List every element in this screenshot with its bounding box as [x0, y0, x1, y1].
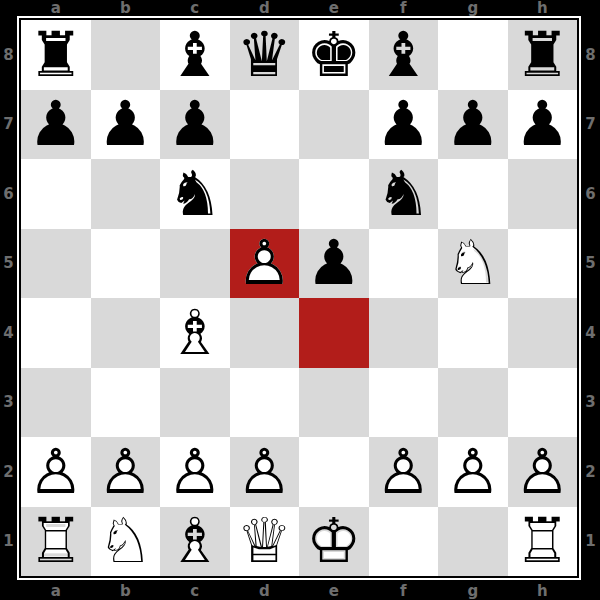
- square-d3[interactable]: [230, 368, 300, 438]
- square-c1[interactable]: ♝♗: [160, 507, 230, 577]
- coordinate-label: d: [230, 0, 300, 16]
- coordinate-label: e: [299, 581, 369, 600]
- square-b2[interactable]: ♟♙: [91, 437, 161, 507]
- chess-app-screen: abcdefgh abcdefgh 87654321 87654321 ♜♝♛♚…: [0, 0, 600, 600]
- square-c8[interactable]: ♝: [160, 20, 230, 90]
- square-a3[interactable]: [21, 368, 91, 438]
- square-h3[interactable]: [508, 368, 578, 438]
- square-a2[interactable]: ♟♙: [21, 437, 91, 507]
- square-h6[interactable]: [508, 159, 578, 229]
- coordinate-label: 4: [581, 298, 600, 368]
- square-g7[interactable]: ♟: [438, 90, 508, 160]
- white-pawn[interactable]: ♟♙: [230, 437, 300, 507]
- piece-outline: ♙: [438, 437, 508, 507]
- square-e7[interactable]: [299, 90, 369, 160]
- square-c2[interactable]: ♟♙: [160, 437, 230, 507]
- coordinate-label: d: [230, 581, 300, 600]
- piece-outline: ♕: [230, 507, 300, 577]
- square-e3[interactable]: [299, 368, 369, 438]
- square-e8[interactable]: ♚: [299, 20, 369, 90]
- piece-body: ♟: [438, 90, 508, 160]
- white-bishop[interactable]: ♝♗: [160, 507, 230, 577]
- piece-body: ♟: [21, 90, 91, 160]
- square-f4[interactable]: [369, 298, 439, 368]
- square-c6[interactable]: ♞: [160, 159, 230, 229]
- square-e5[interactable]: ♟: [299, 229, 369, 299]
- square-e2[interactable]: [299, 437, 369, 507]
- square-h5[interactable]: [508, 229, 578, 299]
- piece-outline: ♗: [160, 507, 230, 577]
- black-pawn[interactable]: ♟: [369, 90, 439, 160]
- square-f5[interactable]: [369, 229, 439, 299]
- white-knight[interactable]: ♞♘: [91, 507, 161, 577]
- square-h1[interactable]: ♜♖: [508, 507, 578, 577]
- coordinate-label: 5: [581, 229, 600, 299]
- coordinate-label: f: [369, 581, 439, 600]
- piece-outline: ♙: [91, 437, 161, 507]
- piece-outline: ♖: [21, 507, 91, 577]
- piece-outline: ♔: [299, 507, 369, 577]
- coordinate-label: b: [91, 0, 161, 16]
- file-labels-bottom: abcdefgh: [21, 581, 577, 600]
- piece-body: ♝: [369, 20, 439, 90]
- coordinate-label: 7: [581, 90, 600, 160]
- square-h2[interactable]: ♟♙: [508, 437, 578, 507]
- square-g6[interactable]: [438, 159, 508, 229]
- square-g2[interactable]: ♟♙: [438, 437, 508, 507]
- square-a8[interactable]: ♜: [21, 20, 91, 90]
- black-bishop[interactable]: ♝: [369, 20, 439, 90]
- square-h4[interactable]: [508, 298, 578, 368]
- square-b5[interactable]: [91, 229, 161, 299]
- square-b6[interactable]: [91, 159, 161, 229]
- coordinate-label: 8: [0, 20, 17, 90]
- square-d2[interactable]: ♟♙: [230, 437, 300, 507]
- piece-body: ♟: [91, 90, 161, 160]
- rank-labels-right: 87654321: [581, 20, 600, 576]
- black-pawn[interactable]: ♟: [438, 90, 508, 160]
- square-e1[interactable]: ♚♔: [299, 507, 369, 577]
- square-e4[interactable]: [299, 298, 369, 368]
- square-d7[interactable]: [230, 90, 300, 160]
- coordinate-label: a: [21, 0, 91, 16]
- piece-outline: ♙: [230, 229, 300, 299]
- coordinate-label: 3: [0, 368, 17, 438]
- coordinate-label: 7: [0, 90, 17, 160]
- black-bishop[interactable]: ♝: [160, 20, 230, 90]
- square-f7[interactable]: ♟: [369, 90, 439, 160]
- square-b8[interactable]: [91, 20, 161, 90]
- black-king[interactable]: ♚: [299, 20, 369, 90]
- piece-body: ♟: [508, 90, 578, 160]
- piece-body: ♟: [299, 229, 369, 299]
- piece-body: ♟: [160, 90, 230, 160]
- rank-labels-left: 87654321: [0, 20, 17, 576]
- square-c3[interactable]: [160, 368, 230, 438]
- square-d4[interactable]: [230, 298, 300, 368]
- white-queen[interactable]: ♛♕: [230, 507, 300, 577]
- white-bishop[interactable]: ♝♗: [160, 298, 230, 368]
- chess-board: ♜♝♛♚♝♜♟♟♟♟♟♟♞♞♟♙♟♞♘♝♗♟♙♟♙♟♙♟♙♟♙♟♙♟♙♜♖♞♘♝…: [19, 18, 579, 578]
- black-knight[interactable]: ♞: [160, 159, 230, 229]
- square-a1[interactable]: ♜♖: [21, 507, 91, 577]
- piece-outline: ♙: [508, 437, 578, 507]
- coordinate-label: c: [160, 0, 230, 16]
- black-pawn[interactable]: ♟: [508, 90, 578, 160]
- square-g5[interactable]: ♞♘: [438, 229, 508, 299]
- square-c7[interactable]: ♟: [160, 90, 230, 160]
- square-b4[interactable]: [91, 298, 161, 368]
- piece-body: ♞: [160, 159, 230, 229]
- black-pawn[interactable]: ♟: [21, 90, 91, 160]
- black-knight[interactable]: ♞: [369, 159, 439, 229]
- coordinate-label: 2: [581, 437, 600, 507]
- coordinate-label: a: [21, 581, 91, 600]
- piece-body: ♜: [508, 20, 578, 90]
- square-d8[interactable]: ♛: [230, 20, 300, 90]
- white-pawn[interactable]: ♟♙: [230, 229, 300, 299]
- piece-outline: ♙: [230, 437, 300, 507]
- piece-outline: ♙: [369, 437, 439, 507]
- square-f6[interactable]: ♞: [369, 159, 439, 229]
- coordinate-label: 1: [581, 507, 600, 577]
- coordinate-label: 1: [0, 507, 17, 577]
- square-f8[interactable]: ♝: [369, 20, 439, 90]
- coordinate-label: h: [508, 581, 578, 600]
- piece-outline: ♙: [160, 437, 230, 507]
- square-b1[interactable]: ♞♘: [91, 507, 161, 577]
- square-b7[interactable]: ♟: [91, 90, 161, 160]
- piece-body: ♞: [369, 159, 439, 229]
- coordinate-label: c: [160, 581, 230, 600]
- black-rook[interactable]: ♜: [21, 20, 91, 90]
- coordinate-label: h: [508, 0, 578, 16]
- square-f3[interactable]: [369, 368, 439, 438]
- piece-body: ♛: [230, 20, 300, 90]
- piece-outline: ♙: [21, 437, 91, 507]
- board-frame: ♜♝♛♚♝♜♟♟♟♟♟♟♞♞♟♙♟♞♘♝♗♟♙♟♙♟♙♟♙♟♙♟♙♟♙♜♖♞♘♝…: [17, 16, 581, 580]
- piece-body: ♝: [160, 20, 230, 90]
- white-pawn[interactable]: ♟♙: [160, 437, 230, 507]
- piece-outline: ♖: [508, 507, 578, 577]
- square-h7[interactable]: ♟: [508, 90, 578, 160]
- square-a4[interactable]: [21, 298, 91, 368]
- white-rook[interactable]: ♜♖: [21, 507, 91, 577]
- piece-outline: ♘: [438, 229, 508, 299]
- black-pawn[interactable]: ♟: [160, 90, 230, 160]
- coordinate-label: g: [438, 581, 508, 600]
- black-pawn[interactable]: ♟: [299, 229, 369, 299]
- coordinate-label: 8: [581, 20, 600, 90]
- coordinate-label: e: [299, 0, 369, 16]
- square-c4[interactable]: ♝♗: [160, 298, 230, 368]
- square-c5[interactable]: [160, 229, 230, 299]
- coordinate-label: 6: [581, 159, 600, 229]
- coordinate-label: f: [369, 0, 439, 16]
- white-king[interactable]: ♚♔: [299, 507, 369, 577]
- white-pawn[interactable]: ♟♙: [369, 437, 439, 507]
- piece-body: ♟: [369, 90, 439, 160]
- coordinate-label: 3: [581, 368, 600, 438]
- square-a5[interactable]: [21, 229, 91, 299]
- square-d5[interactable]: ♟♙: [230, 229, 300, 299]
- coordinate-label: 6: [0, 159, 17, 229]
- coordinate-label: 5: [0, 229, 17, 299]
- white-pawn[interactable]: ♟♙: [21, 437, 91, 507]
- square-g4[interactable]: [438, 298, 508, 368]
- coordinate-label: g: [438, 0, 508, 16]
- coordinate-label: 2: [0, 437, 17, 507]
- piece-outline: ♗: [160, 298, 230, 368]
- square-g1[interactable]: [438, 507, 508, 577]
- square-f2[interactable]: ♟♙: [369, 437, 439, 507]
- square-a7[interactable]: ♟: [21, 90, 91, 160]
- white-pawn[interactable]: ♟♙: [508, 437, 578, 507]
- black-pawn[interactable]: ♟: [91, 90, 161, 160]
- square-g8[interactable]: [438, 20, 508, 90]
- white-pawn[interactable]: ♟♙: [91, 437, 161, 507]
- piece-body: ♜: [21, 20, 91, 90]
- square-g3[interactable]: [438, 368, 508, 438]
- coordinate-label: 4: [0, 298, 17, 368]
- file-labels-top: abcdefgh: [21, 0, 577, 16]
- piece-outline: ♘: [91, 507, 161, 577]
- black-queen[interactable]: ♛: [230, 20, 300, 90]
- coordinate-label: b: [91, 581, 161, 600]
- white-pawn[interactable]: ♟♙: [438, 437, 508, 507]
- white-knight[interactable]: ♞♘: [438, 229, 508, 299]
- piece-body: ♚: [299, 20, 369, 90]
- square-d6[interactable]: [230, 159, 300, 229]
- square-b3[interactable]: [91, 368, 161, 438]
- square-a6[interactable]: [21, 159, 91, 229]
- white-rook[interactable]: ♜♖: [508, 507, 578, 577]
- square-f1[interactable]: [369, 507, 439, 577]
- square-h8[interactable]: ♜: [508, 20, 578, 90]
- square-e6[interactable]: [299, 159, 369, 229]
- black-rook[interactable]: ♜: [508, 20, 578, 90]
- square-d1[interactable]: ♛♕: [230, 507, 300, 577]
